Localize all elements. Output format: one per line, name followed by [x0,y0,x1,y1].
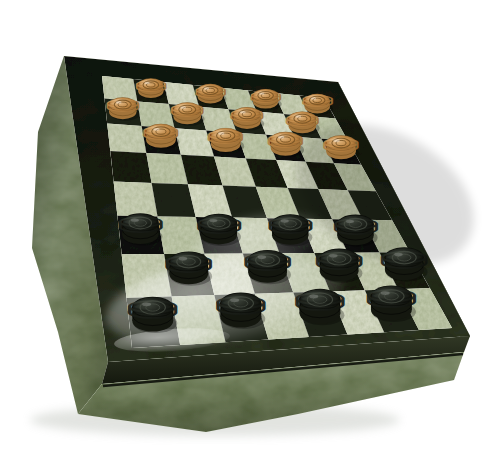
checker-piece-black: ⛂ [116,205,165,245]
checker-piece-black: ⛂ [242,241,294,284]
checker-piece-black: ⛂ [293,280,348,325]
checkers-set-product-photo: ⛂⛂⛂⛂⛂⛂⛂⛂⛂⛂⛂⛂⛂⛂⛂⛂⛂⛂⛂⛂⛂⛂⛂⛂ [0,0,500,450]
checker-piece-black: ⛂ [364,277,419,322]
tan-man-glyph: ⛂ [321,129,361,158]
black-man-glyph: ⛂ [331,207,380,242]
black-man-glyph: ⛂ [266,206,315,241]
checker-piece-tan: ⛂ [206,121,246,153]
checker-piece-black: ⛂ [163,243,215,286]
checker-piece-tan: ⛂ [266,125,306,157]
checker-piece-black: ⛂ [213,284,268,329]
black-man-glyph: ⛂ [125,288,180,327]
black-man-glyph: ⛂ [116,205,165,240]
black-man-glyph: ⛂ [378,239,430,277]
checker-piece-black: ⛂ [313,240,365,283]
checker-piece-tan: ⛂ [141,117,181,149]
checker-piece-tan: ⛂ [104,91,141,120]
tan-man-glyph: ⛂ [141,117,181,146]
dark-square [110,151,151,183]
checker-piece-black: ⛂ [378,239,430,282]
checker-piece-black: ⛂ [125,288,180,333]
tan-man-glyph: ⛂ [104,91,141,117]
checker-piece-black: ⛂ [194,206,243,246]
checker-piece-tan: ⛂ [321,129,361,161]
black-man-glyph: ⛂ [364,277,419,316]
black-man-glyph: ⛂ [242,241,294,279]
black-man-glyph: ⛂ [293,280,348,319]
checker-piece-black: ⛂ [266,206,315,246]
black-man-glyph: ⛂ [213,284,268,323]
checkers-board-scene: ⛂⛂⛂⛂⛂⛂⛂⛂⛂⛂⛂⛂⛂⛂⛂⛂⛂⛂⛂⛂⛂⛂⛂⛂ [0,0,500,450]
black-man-glyph: ⛂ [163,243,215,281]
tan-man-glyph: ⛂ [266,125,306,154]
black-man-glyph: ⛂ [313,240,365,278]
black-man-glyph: ⛂ [194,206,243,241]
tan-man-glyph: ⛂ [206,121,246,150]
